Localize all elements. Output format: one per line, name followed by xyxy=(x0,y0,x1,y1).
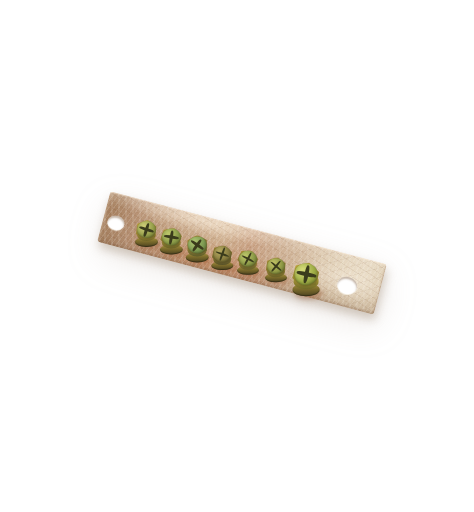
product-photo-canvas: Copper grounding bus bar strip with seve… xyxy=(0,0,474,512)
phillips-cross-recess xyxy=(160,226,182,246)
phillips-cross-recess xyxy=(292,261,320,287)
metal-bus-bar-plate xyxy=(97,191,387,314)
screw-5 xyxy=(237,249,259,275)
plate-shadow-wrap xyxy=(0,0,474,512)
screw-7 xyxy=(291,261,320,296)
screw-2 xyxy=(159,226,182,254)
screw-6 xyxy=(265,257,287,283)
screw-3 xyxy=(185,234,208,262)
screw-4 xyxy=(211,244,233,270)
screw-1 xyxy=(135,218,158,246)
